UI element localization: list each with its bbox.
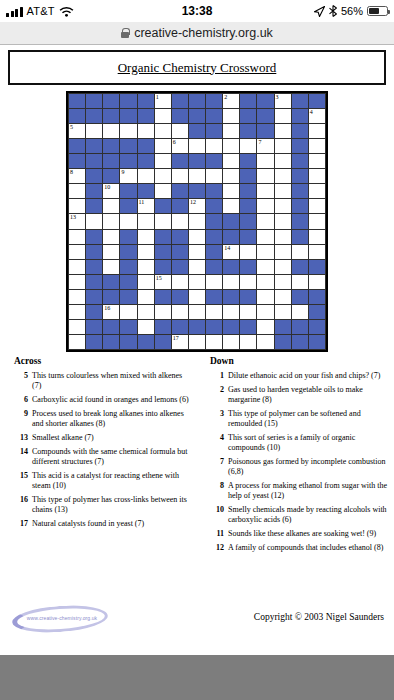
clue-number-14: 14 [224,245,230,252]
grid-cell-r15c5 [138,305,154,319]
grid-cell-r2c2 [86,109,102,123]
grid-cell-r15c15 [309,305,325,319]
grid-cell-r4c9 [206,139,222,153]
clue-down-7-text: Poisonous gas formed by incomplete combu… [228,457,388,477]
grid-cell-r7c10 [223,184,239,198]
grid-cell-r13c6: 15 [155,275,171,289]
grid-cell-r5c6 [155,154,171,168]
site-logo: www.creative-chemistry.org.uk [12,606,108,632]
clock: 13:38 [126,4,268,18]
grid-cell-r4c4 [120,139,136,153]
grid-cell-r11c12 [257,245,273,259]
clue-across-14-text: Compounds with the same chemical formula… [32,447,190,467]
grid-cell-r9c11 [240,214,256,228]
grid-cell-r1c4 [120,94,136,108]
grid-cell-r11c8 [189,245,205,259]
grid-cell-r9c14 [292,214,308,228]
grid-cell-r2c8 [189,109,205,123]
grid-cell-r11c9 [206,245,222,259]
title-box: Organic Chemistry Crossword [8,50,386,85]
clue-down-3: 3This type of polymer can be softened an… [210,409,388,429]
grid-cell-r12c5 [138,260,154,274]
grid-cell-r16c2 [86,320,102,334]
clue-down-12-text: A family of compounds that includes etha… [228,543,383,553]
grid-cell-r1c15 [309,94,325,108]
grid-cell-r1c5 [138,94,154,108]
grid-cell-r3c15 [309,124,325,138]
wifi-icon [59,6,74,17]
grid-cell-r6c8 [189,169,205,183]
grid-cell-r17c15 [309,335,325,349]
clue-across-16-number: 16 [14,495,28,515]
grid-cell-r14c9 [206,290,222,304]
grid-cell-r5c12 [257,154,273,168]
clue-down-1-text: Dilute ethanoic acid on your fish and ch… [228,371,380,381]
grid-cell-r8c13 [275,199,291,213]
clue-number-1: 1 [156,94,159,101]
grid-cell-r3c10 [223,124,239,138]
grid-cell-r14c8 [189,290,205,304]
grid-cell-r12c1 [69,260,85,274]
grid-cell-r3c5 [138,124,154,138]
grid-cell-r6c11 [240,169,256,183]
grid-cell-r14c4 [120,290,136,304]
across-heading: Across [14,356,190,366]
grid-cell-r1c14 [292,94,308,108]
clue-across-5-text: This turns colourless when mixed with al… [32,371,190,391]
grid-cell-r5c1 [69,154,85,168]
grid-cell-r5c11 [240,154,256,168]
down-heading: Down [210,356,388,366]
clue-number-13: 13 [70,214,76,221]
grid-cell-r5c8 [189,154,205,168]
grid-cell-r8c11 [240,199,256,213]
grid-cell-r4c11 [240,139,256,153]
clue-across-6-number: 6 [14,395,28,405]
grid-cell-r2c6 [155,109,171,123]
grid-cell-r8c7 [172,199,188,213]
grid-cell-r9c10 [223,214,239,228]
clue-across-6: 6Carboxylic acid found in oranges and le… [14,395,190,405]
grid-cell-r3c6 [155,124,171,138]
grid-cell-r4c10 [223,139,239,153]
crossword-grid-border: 1234567891011121314151617 [66,91,328,352]
grid-cell-r4c1 [69,139,85,153]
grid-cell-r2c10 [223,109,239,123]
grid-cell-r14c3 [103,290,119,304]
grid-cell-r2c4 [120,109,136,123]
grid-cell-r10c3 [103,230,119,244]
grid-cell-r17c8 [189,335,205,349]
grid-cell-r10c4 [120,230,136,244]
grid-cell-r12c13 [275,260,291,274]
grid-cell-r7c1 [69,184,85,198]
grid-cell-r9c6 [155,214,171,228]
grid-cell-r16c1 [69,320,85,334]
crossword-grid: 1234567891011121314151617 [68,93,326,350]
grid-cell-r16c5 [138,320,154,334]
grid-cell-r13c9 [206,275,222,289]
clue-across-9-text: Process used to break long alkanes into … [32,409,190,429]
grid-cell-r9c12 [257,214,273,228]
clue-across-6-text: Carboxylic acid found in oranges and lem… [32,395,189,405]
clue-across-9: 9Process used to break long alkanes into… [14,409,190,429]
grid-cell-r11c5 [138,245,154,259]
logo-text: www.creative-chemistry.org.uk [18,615,106,621]
grid-cell-r2c7 [172,109,188,123]
grid-cell-r8c14 [292,199,308,213]
grid-cell-r14c6 [155,290,171,304]
clue-across-5: 5This turns colourless when mixed with a… [14,371,190,391]
clue-across-13-number: 13 [14,433,28,443]
grid-cell-r1c9 [206,94,222,108]
grid-cell-r15c2 [86,305,102,319]
grid-cell-r1c2 [86,94,102,108]
grid-cell-r8c3 [103,199,119,213]
grid-cell-r11c10: 14 [223,245,239,259]
grid-cell-r5c2 [86,154,102,168]
grid-cell-r15c10 [223,305,239,319]
clue-number-4: 4 [310,109,313,116]
grid-cell-r1c12 [257,94,273,108]
grid-cell-r13c8 [189,275,205,289]
grid-cell-r15c4 [120,305,136,319]
grid-cell-r11c1 [69,245,85,259]
grid-cell-r12c3 [103,260,119,274]
carrier-label: AT&T [27,5,55,17]
grid-cell-r1c10: 2 [223,94,239,108]
status-bar: AT&T 13:38 56% [0,0,394,22]
location-arrow-icon [314,6,325,17]
grid-cell-r7c13 [275,184,291,198]
clue-across-15-number: 15 [14,471,28,491]
grid-cell-r7c12 [257,184,273,198]
grid-cell-r5c15 [309,154,325,168]
grid-cell-r14c14 [292,290,308,304]
grid-cell-r10c10 [223,230,239,244]
grid-cell-r17c3 [103,335,119,349]
address-url[interactable]: creative-chemistry.org.uk [134,26,273,40]
grid-cell-r11c15 [309,245,325,259]
grid-cell-r13c2 [86,275,102,289]
clue-down-8-text: A process for making ethanol from sugar … [228,481,388,501]
across-clues: Across 5This turns colourless when mixed… [14,356,190,533]
grid-cell-r11c6 [155,245,171,259]
grid-cell-r1c1 [69,94,85,108]
grid-cell-r16c10 [223,320,239,334]
grid-cell-r12c7 [172,260,188,274]
grid-cell-r6c10 [223,169,239,183]
grid-cell-r7c15 [309,184,325,198]
grid-cell-r12c6 [155,260,171,274]
clue-down-2: 2Gas used to harden vegetable oils to ma… [210,385,388,405]
grid-cell-r16c11 [240,320,256,334]
grid-cell-r6c12 [257,169,273,183]
clue-number-12: 12 [190,199,196,206]
grid-cell-r13c11 [240,275,256,289]
clue-across-14: 14Compounds with the same chemical formu… [14,447,190,467]
grid-cell-r4c6 [155,139,171,153]
grid-cell-r5c10 [223,154,239,168]
grid-cell-r3c12 [257,124,273,138]
grid-cell-r2c12 [257,109,273,123]
grid-cell-r13c7 [172,275,188,289]
grid-cell-r16c12 [257,320,273,334]
grid-cell-r7c5 [138,184,154,198]
grid-cell-r12c15 [309,260,325,274]
grid-cell-r13c14 [292,275,308,289]
clue-number-8: 8 [70,169,73,176]
grid-cell-r12c11 [240,260,256,274]
grid-cell-r14c1 [69,290,85,304]
grid-cell-r13c10 [223,275,239,289]
page-title: Organic Chemistry Crossword [118,60,277,76]
grid-cell-r12c2 [86,260,102,274]
grid-cell-r9c1: 13 [69,214,85,228]
clue-across-14-number: 14 [14,447,28,467]
grid-cell-r10c8 [189,230,205,244]
clue-across-13-text: Smallest alkane (7) [32,433,94,443]
grid-cell-r11c3 [103,245,119,259]
clue-across-17: 17Natural catalysts found in yeast (7) [14,519,190,529]
grid-cell-r17c11 [240,335,256,349]
grid-cell-r10c7 [172,230,188,244]
grid-cell-r5c7 [172,154,188,168]
grid-cell-r10c9 [206,230,222,244]
grid-cell-r11c7 [172,245,188,259]
grid-cell-r8c10 [223,199,239,213]
clue-across-17-text: Natural catalysts found in yeast (7) [32,519,144,529]
clue-number-2: 2 [224,94,227,101]
grid-cell-r3c4 [120,124,136,138]
grid-cell-r3c13 [275,124,291,138]
grid-cell-r12c8 [189,260,205,274]
grid-cell-r11c2 [86,245,102,259]
grid-cell-r6c9 [206,169,222,183]
clue-across-17-number: 17 [14,519,28,529]
grid-cell-r2c15: 4 [309,109,325,123]
grid-cell-r14c7 [172,290,188,304]
grid-cell-r11c11 [240,245,256,259]
clue-down-10-number: 10 [210,505,224,525]
grid-cell-r1c3 [103,94,119,108]
grid-cell-r17c4 [120,335,136,349]
grid-cell-r5c13 [275,154,291,168]
grid-cell-r4c8 [189,139,205,153]
grid-cell-r7c4 [120,184,136,198]
grid-cell-r4c5 [138,139,154,153]
grid-cell-r1c8 [189,94,205,108]
grid-cell-r14c5 [138,290,154,304]
grid-cell-r17c1 [69,335,85,349]
grid-cell-r10c6 [155,230,171,244]
grid-cell-r2c14 [292,109,308,123]
grid-cell-r7c11 [240,184,256,198]
clue-across-15: 15This acid is a catalyst for reacting e… [14,471,190,491]
grid-cell-r9c5 [138,214,154,228]
grid-cell-r10c11 [240,230,256,244]
grid-cell-r4c15 [309,139,325,153]
grid-cell-r16c7 [172,320,188,334]
bottom-gray-band [0,655,394,700]
grid-cell-r5c3 [103,154,119,168]
grid-cell-r10c15 [309,230,325,244]
grid-cell-r1c13: 3 [275,94,291,108]
grid-cell-r13c4 [120,275,136,289]
grid-cell-r6c4: 9 [120,169,136,183]
grid-cell-r3c9 [206,124,222,138]
grid-cell-r10c1 [69,230,85,244]
clue-number-15: 15 [156,275,162,282]
grid-cell-r17c14 [292,335,308,349]
grid-cell-r13c3 [103,275,119,289]
grid-cell-r15c7 [172,305,188,319]
grid-cell-r8c8: 12 [189,199,205,213]
clue-number-11: 11 [139,199,145,206]
grid-cell-r16c14 [292,320,308,334]
grid-cell-r17c2 [86,335,102,349]
grid-cell-r1c6: 1 [155,94,171,108]
grid-cell-r4c12: 7 [257,139,273,153]
grid-cell-r15c8 [189,305,205,319]
grid-cell-r16c8 [189,320,205,334]
grid-cell-r5c9 [206,154,222,168]
grid-cell-r8c12 [257,199,273,213]
grid-cell-r16c15 [309,320,325,334]
grid-cell-r2c5 [138,109,154,123]
grid-cell-r16c6 [155,320,171,334]
clue-down-11-text: Sounds like these alkanes are soaking we… [228,529,376,539]
grid-cell-r7c3: 10 [103,184,119,198]
grid-cell-r12c14 [292,260,308,274]
clue-down-4-text: This sort of series is a family of organ… [228,433,388,453]
clue-number-6: 6 [173,139,176,146]
grid-cell-r4c13 [275,139,291,153]
clue-down-10: 10Smelly chemicals made by reacting alco… [210,505,388,525]
grid-cell-r6c1: 8 [69,169,85,183]
grid-cell-r17c9 [206,335,222,349]
grid-cell-r9c8 [189,214,205,228]
grid-cell-r8c9 [206,199,222,213]
grid-cell-r2c3 [103,109,119,123]
grid-cell-r12c10 [223,260,239,274]
grid-cell-r17c10 [223,335,239,349]
grid-cell-r7c14 [292,184,308,198]
down-clues: Down 1Dilute ethanoic acid on your fish … [210,356,388,557]
grid-cell-r8c6 [155,199,171,213]
grid-cell-r12c4 [120,260,136,274]
grid-cell-r2c11 [240,109,256,123]
grid-cell-r5c5 [138,154,154,168]
clue-across-15-text: This acid is a catalyst for reacting eth… [32,471,190,491]
grid-cell-r6c5 [138,169,154,183]
grid-cell-r9c2 [86,214,102,228]
grid-cell-r14c2 [86,290,102,304]
grid-cell-r14c13 [275,290,291,304]
grid-cell-r15c13 [275,305,291,319]
grid-cell-r3c8 [189,124,205,138]
grid-cell-r14c12 [257,290,273,304]
clue-down-1: 1Dilute ethanoic acid on your fish and c… [210,371,388,381]
grid-cell-r6c6 [155,169,171,183]
grid-cell-r15c12 [257,305,273,319]
clue-across-16: 16This type of polymer has cross-links b… [14,495,190,515]
clue-down-7-number: 7 [210,457,224,477]
clue-down-4: 4This sort of series is a family of orga… [210,433,388,453]
grid-cell-r13c12 [257,275,273,289]
grid-cell-r17c12 [257,335,273,349]
phone-screen: AT&T 13:38 56% creative-chemistry.org.uk… [0,0,394,700]
browser-address-bar[interactable]: creative-chemistry.org.uk [0,22,394,45]
grid-cell-r17c6 [155,335,171,349]
grid-cell-r7c8 [189,184,205,198]
clue-down-11: 11Sounds like these alkanes are soaking … [210,529,388,539]
clue-across-16-text: This type of polymer has cross-links bet… [32,495,190,515]
grid-cell-r9c9 [206,214,222,228]
copyright-text: Copyright © 2003 Nigel Saunders [254,612,384,622]
grid-cell-r17c7: 17 [172,335,188,349]
grid-cell-r4c3 [103,139,119,153]
grid-cell-r15c11 [240,305,256,319]
grid-cell-r6c15 [309,169,325,183]
grid-cell-r17c13 [275,335,291,349]
clue-down-11-number: 11 [210,529,224,539]
grid-cell-r8c1 [69,199,85,213]
grid-cell-r11c13 [275,245,291,259]
grid-cell-r12c9 [206,260,222,274]
grid-cell-r13c1 [69,275,85,289]
grid-cell-r15c6 [155,305,171,319]
grid-cell-r4c7: 6 [172,139,188,153]
grid-cell-r2c13 [275,109,291,123]
clue-down-2-text: Gas used to harden vegetable oils to mak… [228,385,388,405]
clue-number-3: 3 [276,94,279,101]
clue-number-5: 5 [70,124,73,131]
grid-cell-r5c4 [120,154,136,168]
clue-number-10: 10 [104,184,110,191]
grid-cell-r8c5: 11 [138,199,154,213]
grid-cell-r16c3 [103,320,119,334]
grid-cell-r3c3 [103,124,119,138]
clue-down-12-number: 12 [210,543,224,553]
grid-cell-r3c7 [172,124,188,138]
grid-cell-r15c1 [69,305,85,319]
clue-across-9-number: 9 [14,409,28,429]
grid-cell-r6c7 [172,169,188,183]
clue-down-3-text: This type of polymer can be softened and… [228,409,388,429]
grid-cell-r8c2 [86,199,102,213]
grid-cell-r4c14 [292,139,308,153]
clue-down-8: 8A process for making ethanol from sugar… [210,481,388,501]
clue-down-3-number: 3 [210,409,224,429]
grid-cell-r5c14 [292,154,308,168]
grid-cell-r17c5 [138,335,154,349]
cell-signal-icon [6,6,23,17]
grid-cell-r15c3: 16 [103,305,119,319]
grid-cell-r15c14 [292,305,308,319]
bluetooth-icon [329,5,337,17]
clue-down-4-number: 4 [210,433,224,453]
clue-down-2-number: 2 [210,385,224,405]
clue-down-7: 7Poisonous gas formed by incomplete comb… [210,457,388,477]
clue-down-8-number: 8 [210,481,224,501]
grid-cell-r11c14 [292,245,308,259]
grid-cell-r4c2 [86,139,102,153]
grid-cell-r8c4 [120,199,136,213]
grid-cell-r10c14 [292,230,308,244]
grid-cell-r9c4 [120,214,136,228]
clue-number-16: 16 [104,305,110,312]
